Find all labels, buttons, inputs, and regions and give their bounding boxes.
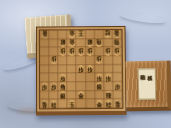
board-cell: 王 xyxy=(76,30,85,39)
shogi-piece-sente-l[interactable]: 香 xyxy=(41,100,49,109)
labeled-koma-box: 駒箱 将棋 xyxy=(126,61,171,112)
board-cell xyxy=(94,30,103,39)
label-column-left: 駒箱 xyxy=(140,71,146,98)
board-cell xyxy=(103,39,112,48)
board-cell: 飛 xyxy=(113,39,122,48)
shogi-piece-sente-n[interactable]: 桂 xyxy=(50,100,58,109)
board-cell: 桂 xyxy=(103,30,112,39)
shogi-piece-sente-p[interactable]: 歩 xyxy=(41,82,49,90)
board-cell: 金 xyxy=(67,30,76,39)
shogi-piece-sente-b[interactable]: 角 xyxy=(59,82,67,90)
board-cell xyxy=(67,82,76,91)
board-cell xyxy=(40,39,49,48)
board-cell: 香 xyxy=(40,30,49,39)
shogi-piece-gote-l[interactable]: 香 xyxy=(40,31,48,39)
board-cell xyxy=(58,30,67,39)
shogi-piece-gote-g[interactable]: 金 xyxy=(68,30,76,38)
board-cell: 金 xyxy=(77,91,86,100)
board-cell xyxy=(49,48,58,57)
board-cell xyxy=(95,91,104,100)
board-cell xyxy=(58,56,67,65)
shogi-piece-gote-p[interactable]: 歩 xyxy=(95,56,103,64)
shogi-piece-gote-g[interactable]: 金 xyxy=(68,39,76,47)
board-cell: 銀 xyxy=(85,39,94,48)
board-cell: 歩 xyxy=(113,47,122,56)
board-cell xyxy=(77,99,86,108)
board-cell xyxy=(104,56,113,65)
blanket-wrinkle xyxy=(120,11,167,25)
shogi-piece-sente-p[interactable]: 歩 xyxy=(59,74,67,82)
board-cell: 香 xyxy=(113,99,122,108)
board-cell: 歩 xyxy=(104,73,113,82)
board-cell xyxy=(104,82,113,91)
board-cell xyxy=(113,73,122,82)
shogi-piece-sente-p[interactable]: 歩 xyxy=(114,82,122,90)
shogi-piece-sente-p[interactable]: 歩 xyxy=(50,82,58,90)
board-cell: 歩 xyxy=(76,47,85,56)
shogi-piece-gote-p[interactable]: 歩 xyxy=(86,47,94,55)
board-cell: 香 xyxy=(40,100,49,109)
board-cell xyxy=(113,56,122,65)
shogi-board: 香金王桂香銀金銀角飛歩歩歩歩歩歩歩歩歩歩歩歩歩歩歩角銀歩銀金飛香桂玉金桂香 xyxy=(36,26,127,116)
board-cell: 銀 xyxy=(58,91,67,100)
board-cell: 香 xyxy=(112,30,121,39)
board-cell xyxy=(86,73,95,82)
board-cell: 金 xyxy=(67,39,76,48)
board-cell xyxy=(67,73,76,82)
board-cell xyxy=(40,74,49,83)
board-cell: 銀 xyxy=(58,39,67,48)
shogi-piece-sente-s[interactable]: 銀 xyxy=(95,82,103,90)
shogi-piece-gote-p[interactable]: 歩 xyxy=(50,56,58,64)
board-cell: 歩 xyxy=(49,56,58,65)
board-cell xyxy=(67,56,76,65)
board-cell xyxy=(85,30,94,39)
shogi-piece-gote-p[interactable]: 歩 xyxy=(113,47,121,55)
board-cell xyxy=(67,91,76,100)
board-cell: 歩 xyxy=(76,65,85,74)
board-cell: 飛 xyxy=(104,90,113,99)
board-cell: 金 xyxy=(95,99,104,108)
shogi-piece-sente-p[interactable]: 歩 xyxy=(104,73,112,81)
shogi-piece-gote-n[interactable]: 桂 xyxy=(104,30,112,38)
shogi-piece-gote-b[interactable]: 角 xyxy=(95,39,103,47)
board-cell: 歩 xyxy=(58,73,67,82)
board-cell: 桂 xyxy=(49,100,58,109)
board-cell: 歩 xyxy=(95,73,104,82)
shogi-piece-sente-g[interactable]: 金 xyxy=(95,99,103,108)
board-cell: 歩 xyxy=(67,47,76,56)
board-cell xyxy=(67,65,76,74)
board-cell: 歩 xyxy=(49,82,58,91)
board-cell xyxy=(76,56,85,65)
shogi-piece-sente-g[interactable]: 金 xyxy=(77,91,85,99)
board-cell: 歩 xyxy=(85,47,94,56)
board-cell: 歩 xyxy=(95,56,104,65)
board-cell xyxy=(49,73,58,82)
board-cell xyxy=(76,39,85,48)
board-cell xyxy=(86,91,95,100)
board-cell: 歩 xyxy=(86,65,95,74)
shogi-piece-gote-p[interactable]: 歩 xyxy=(59,48,67,56)
board-cell: 角 xyxy=(94,39,103,48)
board-cell xyxy=(40,56,49,65)
shogi-piece-gote-p[interactable]: 歩 xyxy=(77,48,85,56)
board-cell xyxy=(58,65,67,74)
board-grid: 香金王桂香銀金銀角飛歩歩歩歩歩歩歩歩歩歩歩歩歩歩歩角銀歩銀金飛香桂玉金桂香 xyxy=(39,29,124,110)
board-cell: 歩 xyxy=(58,47,67,56)
shogi-piece-gote-s[interactable]: 銀 xyxy=(59,39,67,47)
shogi-piece-sente-s[interactable]: 銀 xyxy=(59,91,67,99)
board-cell xyxy=(76,73,85,82)
shogi-piece-gote-k[interactable]: 王 xyxy=(77,30,85,38)
board-cell xyxy=(49,39,58,48)
board-cell: 銀 xyxy=(95,82,104,91)
board-cell xyxy=(40,48,49,57)
board-cell xyxy=(104,64,113,73)
shogi-piece-sente-r[interactable]: 飛 xyxy=(105,91,113,99)
board-cell xyxy=(85,56,94,65)
koma-box-label: 駒箱 将棋 xyxy=(137,68,156,99)
board-cell xyxy=(58,100,67,109)
board-cell xyxy=(49,91,58,100)
board-cell xyxy=(95,65,104,74)
board-cell: 桂 xyxy=(104,99,113,108)
board-cell xyxy=(94,47,103,56)
shogi-piece-sente-p[interactable]: 歩 xyxy=(95,73,103,81)
label-column-right: 将棋 xyxy=(147,70,153,97)
board-cell: 玉 xyxy=(67,99,76,108)
shogi-piece-sente-n[interactable]: 桂 xyxy=(105,99,113,108)
shogi-piece-sente-p[interactable]: 歩 xyxy=(77,65,85,73)
board-cell xyxy=(49,65,58,74)
shogi-piece-gote-p[interactable]: 歩 xyxy=(104,47,112,55)
board-cell: 歩 xyxy=(104,47,113,56)
board-cell xyxy=(40,91,49,100)
board-cell xyxy=(113,64,122,73)
board-cell: 歩 xyxy=(113,82,122,91)
board-cell xyxy=(77,82,86,91)
photo-scene: 香金王桂香銀金銀角飛歩歩歩歩歩歩歩歩歩歩歩歩歩歩歩角銀歩銀金飛香桂玉金桂香 駒箱… xyxy=(0,0,171,128)
board-cell: 歩 xyxy=(40,82,49,91)
shogi-piece-gote-r[interactable]: 飛 xyxy=(113,39,121,47)
shogi-piece-sente-p[interactable]: 歩 xyxy=(86,65,94,73)
shogi-piece-gote-s[interactable]: 銀 xyxy=(86,39,94,47)
board-cell xyxy=(40,65,49,74)
board-cell xyxy=(113,90,122,99)
shogi-piece-gote-l[interactable]: 香 xyxy=(113,30,121,38)
shogi-piece-sente-k[interactable]: 玉 xyxy=(68,100,76,109)
board-cell xyxy=(86,99,95,108)
board-cell xyxy=(49,30,58,39)
shogi-piece-gote-p[interactable]: 歩 xyxy=(68,48,76,56)
board-cell: 角 xyxy=(58,82,67,91)
shogi-piece-sente-l[interactable]: 香 xyxy=(114,99,122,108)
board-cell xyxy=(86,82,95,91)
